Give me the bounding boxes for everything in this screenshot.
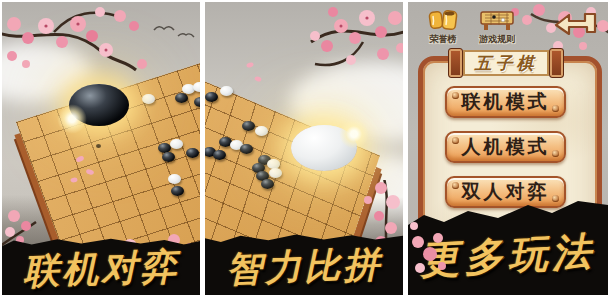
back-arrow-icon	[552, 10, 598, 37]
rivet-icon	[552, 195, 559, 202]
game-rules-button[interactable]: 游戏规则	[474, 8, 520, 46]
black-stone	[213, 150, 226, 160]
black-stone	[162, 152, 175, 162]
back-button[interactable]	[552, 10, 598, 41]
scroll-cap-left	[448, 48, 463, 78]
caption-more-gameplay: 更多玩法	[419, 224, 598, 287]
black-stone	[205, 92, 218, 102]
caption-brain-battle: 智力比拼	[225, 240, 383, 294]
rivet-icon	[452, 137, 459, 144]
scroll-body: 五子棋	[463, 50, 549, 76]
ink-caption-band: 智力比拼	[205, 232, 403, 295]
game-title: 五子棋	[475, 52, 538, 75]
black-stone	[186, 148, 199, 158]
black-stone	[240, 144, 253, 154]
star-point	[96, 144, 101, 148]
menu-button-label: 双人对弈	[462, 179, 550, 205]
menu-button-two-player[interactable]: 双人对弈	[445, 176, 566, 208]
black-stone	[175, 93, 188, 103]
rivet-icon	[452, 92, 459, 99]
white-stone	[170, 139, 183, 149]
white-stone	[255, 126, 268, 136]
scroll-cap-right	[549, 48, 564, 78]
white-stone	[269, 168, 282, 178]
top-hud: 荣誉榜 游戏规则	[420, 8, 520, 46]
screenshot-panel-online-match: 联机对弈	[2, 2, 200, 295]
rivet-icon	[552, 150, 559, 157]
black-stone	[171, 186, 184, 196]
menu-button-label: 联机模式	[462, 89, 550, 115]
menu-button-vs-ai-mode[interactable]: 人机模式	[445, 131, 566, 163]
menu-button-label: 人机模式	[462, 134, 550, 160]
honor-board-button[interactable]: 荣誉榜	[420, 8, 466, 46]
caption-online-match: 联机对弈	[22, 242, 180, 295]
highlight-white-stone	[291, 125, 357, 171]
white-stone	[168, 174, 181, 184]
trophy-cups-icon	[427, 8, 459, 32]
white-stone	[142, 94, 155, 104]
rivet-icon	[452, 182, 459, 189]
black-stone	[194, 97, 201, 107]
white-stone	[220, 86, 233, 96]
rivet-icon	[552, 105, 559, 112]
black-stone	[261, 179, 274, 189]
game-rules-label: 游戏规则	[479, 33, 515, 46]
menu-button-online-mode[interactable]: 联机模式	[445, 86, 566, 118]
screenshot-panel-menu: 荣誉榜 游戏规则 五子棋 联机模式 人机模式	[408, 2, 608, 295]
title-scroll: 五子棋	[448, 48, 564, 78]
honor-board-label: 荣誉榜	[430, 33, 457, 46]
black-stone	[242, 121, 255, 131]
go-table-icon	[479, 8, 515, 32]
highlight-black-stone	[69, 84, 129, 126]
ink-caption-band: 联机对弈	[2, 237, 200, 295]
screenshot-panel-brain-battle: 智力比拼	[205, 2, 403, 295]
